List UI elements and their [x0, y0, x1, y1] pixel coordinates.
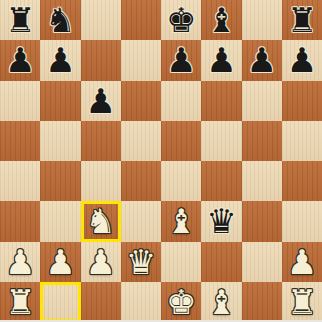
square-a2[interactable]: ♟	[0, 242, 40, 282]
square-g1[interactable]	[242, 282, 282, 322]
square-c3[interactable]: ♞	[81, 201, 121, 241]
square-a5[interactable]	[0, 121, 40, 161]
square-a7[interactable]: ♟	[0, 40, 40, 80]
square-g8[interactable]	[242, 0, 282, 40]
square-a8[interactable]: ♜	[0, 0, 40, 40]
square-c2[interactable]: ♟	[81, 242, 121, 282]
white-pawn-piece[interactable]: ♟	[45, 245, 75, 279]
square-f7[interactable]: ♟	[201, 40, 241, 80]
square-d4[interactable]	[121, 161, 161, 201]
black-rook-piece[interactable]: ♜	[287, 3, 317, 37]
square-b3[interactable]	[40, 201, 80, 241]
white-bishop-piece[interactable]: ♝	[166, 204, 196, 238]
square-a3[interactable]	[0, 201, 40, 241]
square-g3[interactable]	[242, 201, 282, 241]
square-d5[interactable]	[121, 121, 161, 161]
white-bishop-piece[interactable]: ♝	[206, 285, 236, 319]
square-d2[interactable]: ♛	[121, 242, 161, 282]
square-g2[interactable]	[242, 242, 282, 282]
black-rook-piece[interactable]: ♜	[5, 3, 35, 37]
black-pawn-piece[interactable]: ♟	[287, 43, 317, 77]
square-f1[interactable]: ♝	[201, 282, 241, 322]
square-a6[interactable]	[0, 81, 40, 121]
square-e7[interactable]: ♟	[161, 40, 201, 80]
black-pawn-piece[interactable]: ♟	[206, 43, 236, 77]
white-king-piece[interactable]: ♚	[166, 285, 196, 319]
square-e5[interactable]	[161, 121, 201, 161]
square-c4[interactable]	[81, 161, 121, 201]
square-f8[interactable]: ♝	[201, 0, 241, 40]
square-c5[interactable]	[81, 121, 121, 161]
square-f4[interactable]	[201, 161, 241, 201]
black-pawn-piece[interactable]: ♟	[166, 43, 196, 77]
black-knight-piece[interactable]: ♞	[45, 3, 75, 37]
square-e8[interactable]: ♚	[161, 0, 201, 40]
chess-board: ♜♞♚♝♜♟♟♟♟♟♟♟♞♝♛♟♟♟♛♟♜♚♝♜	[0, 0, 322, 322]
black-pawn-piece[interactable]: ♟	[85, 84, 115, 118]
square-g6[interactable]	[242, 81, 282, 121]
square-b5[interactable]	[40, 121, 80, 161]
square-h4[interactable]	[282, 161, 322, 201]
square-h6[interactable]	[282, 81, 322, 121]
square-c7[interactable]	[81, 40, 121, 80]
square-b8[interactable]: ♞	[40, 0, 80, 40]
square-g7[interactable]: ♟	[242, 40, 282, 80]
square-d6[interactable]	[121, 81, 161, 121]
square-b7[interactable]: ♟	[40, 40, 80, 80]
white-queen-piece[interactable]: ♛	[126, 245, 156, 279]
square-b1[interactable]	[40, 282, 80, 322]
white-pawn-piece[interactable]: ♟	[287, 245, 317, 279]
square-d1[interactable]	[121, 282, 161, 322]
square-c1[interactable]	[81, 282, 121, 322]
white-rook-piece[interactable]: ♜	[287, 285, 317, 319]
square-e6[interactable]	[161, 81, 201, 121]
square-h2[interactable]: ♟	[282, 242, 322, 282]
square-f6[interactable]	[201, 81, 241, 121]
white-rook-piece[interactable]: ♜	[5, 285, 35, 319]
white-pawn-piece[interactable]: ♟	[85, 245, 115, 279]
square-a1[interactable]: ♜	[0, 282, 40, 322]
white-knight-piece[interactable]: ♞	[85, 204, 115, 238]
square-e3[interactable]: ♝	[161, 201, 201, 241]
square-a4[interactable]	[0, 161, 40, 201]
square-e1[interactable]: ♚	[161, 282, 201, 322]
square-f2[interactable]	[201, 242, 241, 282]
black-pawn-piece[interactable]: ♟	[246, 43, 276, 77]
square-b4[interactable]	[40, 161, 80, 201]
square-c8[interactable]	[81, 0, 121, 40]
square-d7[interactable]	[121, 40, 161, 80]
square-e4[interactable]	[161, 161, 201, 201]
white-pawn-piece[interactable]: ♟	[5, 245, 35, 279]
square-e2[interactable]	[161, 242, 201, 282]
square-h7[interactable]: ♟	[282, 40, 322, 80]
black-bishop-piece[interactable]: ♝	[206, 3, 236, 37]
square-d8[interactable]	[121, 0, 161, 40]
square-h5[interactable]	[282, 121, 322, 161]
square-f3[interactable]: ♛	[201, 201, 241, 241]
square-h8[interactable]: ♜	[282, 0, 322, 40]
square-h1[interactable]: ♜	[282, 282, 322, 322]
square-b2[interactable]: ♟	[40, 242, 80, 282]
square-g4[interactable]	[242, 161, 282, 201]
black-king-piece[interactable]: ♚	[166, 3, 196, 37]
black-pawn-piece[interactable]: ♟	[5, 43, 35, 77]
square-c6[interactable]: ♟	[81, 81, 121, 121]
black-pawn-piece[interactable]: ♟	[45, 43, 75, 77]
square-d3[interactable]	[121, 201, 161, 241]
square-f5[interactable]	[201, 121, 241, 161]
square-h3[interactable]	[282, 201, 322, 241]
black-queen-piece[interactable]: ♛	[206, 204, 236, 238]
square-g5[interactable]	[242, 121, 282, 161]
square-b6[interactable]	[40, 81, 80, 121]
